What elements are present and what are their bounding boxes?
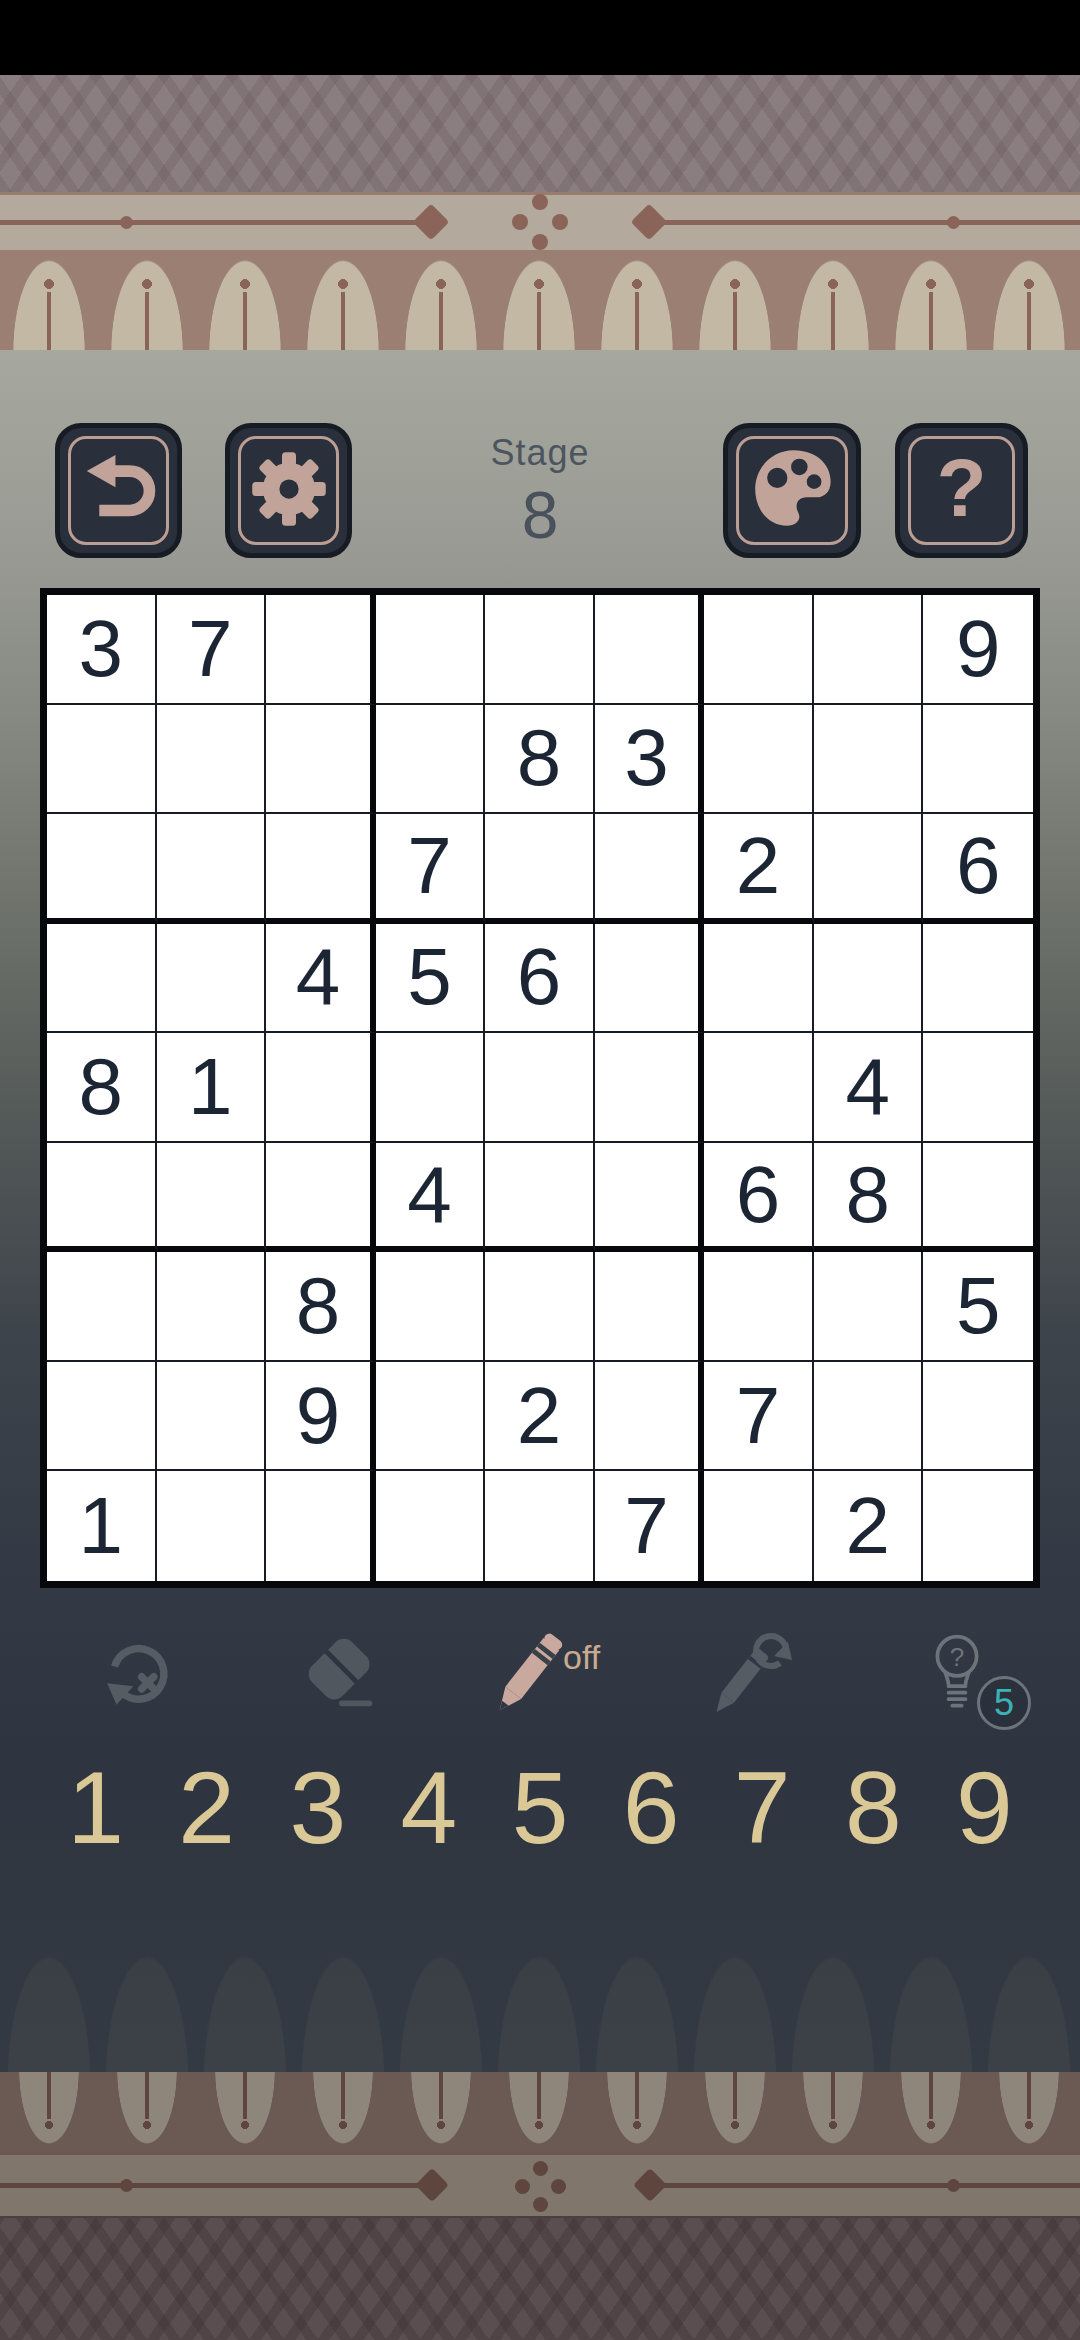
ornament-diamond xyxy=(413,204,450,241)
top-arch-band xyxy=(0,250,1080,350)
cell-r5c2[interactable]: 1 xyxy=(157,1033,267,1143)
ornament-diamond xyxy=(633,2168,667,2202)
cell-r7c5[interactable] xyxy=(485,1252,595,1362)
help-icon: ? xyxy=(936,447,986,535)
ornament-dot xyxy=(120,216,133,229)
cell-r2c8[interactable] xyxy=(814,705,924,815)
cell-r4c9[interactable] xyxy=(923,924,1033,1034)
cell-r7c6[interactable] xyxy=(595,1252,705,1362)
cell-r8c8[interactable] xyxy=(814,1362,924,1472)
bottom-arch-band xyxy=(0,2072,1080,2152)
cell-r3c7[interactable]: 2 xyxy=(704,814,814,924)
undo-button[interactable] xyxy=(95,1632,179,1720)
ornament-dot xyxy=(120,2179,133,2192)
cell-r2c5[interactable]: 8 xyxy=(485,705,595,815)
cell-r1c3[interactable] xyxy=(266,595,376,705)
cell-r2c1[interactable] xyxy=(47,705,157,815)
cell-r1c2[interactable]: 7 xyxy=(157,595,267,705)
cell-r7c4[interactable] xyxy=(376,1252,486,1362)
cell-r1c5[interactable] xyxy=(485,595,595,705)
help-button[interactable]: ? xyxy=(895,423,1028,558)
cell-r8c5[interactable]: 2 xyxy=(485,1362,595,1472)
ornament-diamond xyxy=(631,204,668,241)
cell-r5c3[interactable] xyxy=(266,1033,376,1143)
numpad-digit-8[interactable]: 8 xyxy=(818,1757,929,1859)
cell-r9c9[interactable] xyxy=(923,1471,1033,1581)
numpad-digit-1[interactable]: 1 xyxy=(40,1757,151,1859)
cell-r5c9[interactable] xyxy=(923,1033,1033,1143)
cell-r6c7[interactable]: 6 xyxy=(704,1143,814,1253)
cell-r4c4[interactable]: 5 xyxy=(376,924,486,1034)
cell-r2c6[interactable]: 3 xyxy=(595,705,705,815)
numpad-digit-9[interactable]: 9 xyxy=(929,1757,1040,1859)
cell-r6c6[interactable] xyxy=(595,1143,705,1253)
cell-r4c3[interactable]: 4 xyxy=(266,924,376,1034)
cell-r6c8[interactable]: 8 xyxy=(814,1143,924,1253)
cell-r9c1[interactable]: 1 xyxy=(47,1471,157,1581)
cell-r6c3[interactable] xyxy=(266,1143,376,1253)
undo-x-icon xyxy=(95,1632,179,1720)
pen-cycle-icon xyxy=(700,1626,800,1730)
eraser-icon xyxy=(298,1630,386,1722)
status-bar xyxy=(0,0,1080,75)
cell-r9c7[interactable] xyxy=(704,1471,814,1581)
palette-icon xyxy=(746,443,838,538)
ornament-line xyxy=(660,220,1080,225)
numpad-digit-6[interactable]: 6 xyxy=(596,1757,707,1859)
cell-r4c6[interactable] xyxy=(595,924,705,1034)
top-ornament-band xyxy=(0,192,1080,253)
ornament-line xyxy=(660,2183,1080,2188)
palette-button[interactable] xyxy=(723,423,861,558)
cell-r1c6[interactable] xyxy=(595,595,705,705)
numpad-digit-2[interactable]: 2 xyxy=(151,1757,262,1859)
hint-count-badge: 5 xyxy=(977,1676,1031,1730)
cell-r5c7[interactable] xyxy=(704,1033,814,1143)
cell-r8c2[interactable] xyxy=(157,1362,267,1472)
cell-r8c1[interactable] xyxy=(47,1362,157,1472)
cell-r3c4[interactable]: 7 xyxy=(376,814,486,924)
pen-cycle-button[interactable] xyxy=(700,1626,800,1730)
cell-r6c4[interactable]: 4 xyxy=(376,1143,486,1253)
cell-r4c5[interactable]: 6 xyxy=(485,924,595,1034)
cell-r4c8[interactable] xyxy=(814,924,924,1034)
cell-r7c9[interactable]: 5 xyxy=(923,1252,1033,1362)
numpad-digit-3[interactable]: 3 xyxy=(262,1757,373,1859)
ornament-quatrefoil xyxy=(532,214,548,230)
cell-r8c4[interactable] xyxy=(376,1362,486,1472)
cell-r6c2[interactable] xyxy=(157,1143,267,1253)
ornament-dot xyxy=(947,2179,960,2192)
cell-r8c7[interactable]: 7 xyxy=(704,1362,814,1472)
cell-r4c1[interactable] xyxy=(47,924,157,1034)
cell-r9c5[interactable] xyxy=(485,1471,595,1581)
cell-r2c7[interactable] xyxy=(704,705,814,815)
bottom-ornament-band xyxy=(0,2152,1080,2222)
bottom-damask-band xyxy=(0,2216,1080,2340)
cell-r1c9[interactable]: 9 xyxy=(923,595,1033,705)
cell-r3c9[interactable]: 6 xyxy=(923,814,1033,924)
cell-r4c2[interactable] xyxy=(157,924,267,1034)
cell-r9c6[interactable]: 7 xyxy=(595,1471,705,1581)
cell-r6c1[interactable] xyxy=(47,1143,157,1253)
cell-r3c2[interactable] xyxy=(157,814,267,924)
numpad-digit-4[interactable]: 4 xyxy=(373,1757,484,1859)
cell-r8c6[interactable] xyxy=(595,1362,705,1472)
cell-r1c4[interactable] xyxy=(376,595,486,705)
cell-r8c9[interactable] xyxy=(923,1362,1033,1472)
cell-r6c5[interactable] xyxy=(485,1143,595,1253)
erase-button[interactable] xyxy=(298,1630,386,1722)
sudoku-board: 3798372645681446885927172 xyxy=(40,588,1040,1588)
cell-r2c3[interactable] xyxy=(266,705,376,815)
ornament-line xyxy=(0,2183,420,2188)
pencil-state-label: off xyxy=(563,1638,600,1677)
cell-r5c8[interactable]: 4 xyxy=(814,1033,924,1143)
cell-r5c4[interactable] xyxy=(376,1033,486,1143)
cell-r1c1[interactable]: 3 xyxy=(47,595,157,705)
ornament-diamond xyxy=(415,2168,449,2202)
cell-r1c7[interactable] xyxy=(704,595,814,705)
cell-r7c2[interactable] xyxy=(157,1252,267,1362)
cell-r1c8[interactable] xyxy=(814,595,924,705)
ornament-line xyxy=(0,220,420,225)
hint-count: 5 xyxy=(994,1682,1014,1724)
cell-r2c4[interactable] xyxy=(376,705,486,815)
cell-r7c3[interactable]: 8 xyxy=(266,1252,376,1362)
cell-r2c9[interactable] xyxy=(923,705,1033,815)
cell-r7c8[interactable] xyxy=(814,1252,924,1362)
numpad-digit-5[interactable]: 5 xyxy=(484,1757,595,1859)
cell-r3c6[interactable] xyxy=(595,814,705,924)
numpad-digit-7[interactable]: 7 xyxy=(707,1757,818,1859)
cell-r3c1[interactable] xyxy=(47,814,157,924)
bottom-ghost-arches xyxy=(0,1900,1080,2072)
cell-r3c5[interactable] xyxy=(485,814,595,924)
cell-r8c3[interactable]: 9 xyxy=(266,1362,376,1472)
cell-r9c8[interactable]: 2 xyxy=(814,1471,924,1581)
ornament-dot xyxy=(947,216,960,229)
top-damask-band xyxy=(0,75,1080,194)
cell-r3c3[interactable] xyxy=(266,814,376,924)
svg-text:?: ? xyxy=(950,1642,965,1672)
cell-r9c2[interactable] xyxy=(157,1471,267,1581)
cell-r7c1[interactable] xyxy=(47,1252,157,1362)
numpad: 123456789 xyxy=(40,1748,1040,1868)
ornament-quatrefoil xyxy=(533,2179,548,2194)
cell-r5c1[interactable]: 8 xyxy=(47,1033,157,1143)
cell-r7c7[interactable] xyxy=(704,1252,814,1362)
cell-r3c8[interactable] xyxy=(814,814,924,924)
cell-r6c9[interactable] xyxy=(923,1143,1033,1253)
cell-r2c2[interactable] xyxy=(157,705,267,815)
cell-r9c4[interactable] xyxy=(376,1471,486,1581)
cell-r9c3[interactable] xyxy=(266,1471,376,1581)
cell-r4c7[interactable] xyxy=(704,924,814,1034)
cell-r5c6[interactable] xyxy=(595,1033,705,1143)
cell-r5c5[interactable] xyxy=(485,1033,595,1143)
